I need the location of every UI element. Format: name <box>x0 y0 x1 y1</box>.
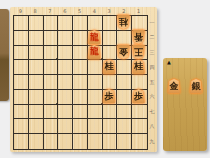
board-square-7一[interactable] <box>44 16 59 31</box>
board-square-9二[interactable] <box>14 31 29 46</box>
board-square-4一[interactable] <box>88 16 103 31</box>
board-square-3八[interactable] <box>103 119 118 134</box>
board-square-1八[interactable] <box>132 119 147 134</box>
board-square-1一[interactable] <box>132 16 147 31</box>
sente-komadai-tray: ▲ 金銀 <box>163 58 207 151</box>
board-square-2五[interactable] <box>117 75 132 90</box>
board-square-5七[interactable] <box>73 105 88 120</box>
board-square-8四[interactable] <box>29 60 44 75</box>
board-square-5四[interactable] <box>73 60 88 75</box>
piece-4三-龍[interactable]: 龍 <box>88 45 101 59</box>
board-square-9四[interactable] <box>14 60 29 75</box>
board-square-6三[interactable] <box>58 46 73 61</box>
rank-label: 二 <box>148 30 156 45</box>
board-square-9九[interactable] <box>14 134 29 149</box>
tsume-shogi-diagram: 987654321 一二三四五六七八九 桂香龍龍金王桂桂歩歩 ▲ 金銀 <box>0 0 210 158</box>
board-square-7四[interactable] <box>44 60 59 75</box>
piece-kanji: 桂 <box>105 62 114 71</box>
board-square-8八[interactable] <box>29 119 44 134</box>
board-square-1七[interactable] <box>132 105 147 120</box>
board-square-7五[interactable] <box>44 75 59 90</box>
board-square-4九[interactable] <box>88 134 103 149</box>
board-square-5八[interactable] <box>73 119 88 134</box>
piece-kanji: 桂 <box>134 62 143 71</box>
piece-1四-桂[interactable]: 桂 <box>132 60 145 74</box>
rank-label: 四 <box>148 59 156 74</box>
board-square-5九[interactable] <box>73 134 88 149</box>
board-square-8六[interactable] <box>29 90 44 105</box>
piece-kanji: 王 <box>134 47 143 56</box>
board-square-7八[interactable] <box>44 119 59 134</box>
sente-marker-icon: ▲ <box>167 60 171 65</box>
board-square-2二[interactable] <box>117 31 132 46</box>
piece-kanji: 銀 <box>192 82 201 91</box>
board-square-4四[interactable] <box>88 60 103 75</box>
piece-2一-桂[interactable]: 桂 <box>117 15 130 29</box>
sente-hand-area: 金銀 <box>163 78 207 98</box>
file-label: 2 <box>116 8 131 14</box>
board-grid <box>13 15 148 150</box>
board-square-9七[interactable] <box>14 105 29 120</box>
board-square-5五[interactable] <box>73 75 88 90</box>
piece-1六-歩[interactable]: 歩 <box>132 89 145 103</box>
board-square-3二[interactable] <box>103 31 118 46</box>
board-square-7二[interactable] <box>44 31 59 46</box>
rank-label: 六 <box>148 89 156 104</box>
board-square-9三[interactable] <box>14 46 29 61</box>
gote-komadai-tray <box>0 9 9 101</box>
board-square-6五[interactable] <box>58 75 73 90</box>
file-label: 4 <box>87 8 102 14</box>
board-square-9八[interactable] <box>14 119 29 134</box>
board-square-2七[interactable] <box>117 105 132 120</box>
piece-1三-王[interactable]: 王 <box>132 45 145 59</box>
board-square-8三[interactable] <box>29 46 44 61</box>
piece-kanji: 龍 <box>90 47 99 56</box>
rank-label: 一 <box>148 15 156 30</box>
file-label: 3 <box>102 8 117 14</box>
board-square-3七[interactable] <box>103 105 118 120</box>
piece-3六-歩[interactable]: 歩 <box>103 89 116 103</box>
board-square-9一[interactable] <box>14 16 29 31</box>
board-square-4五[interactable] <box>88 75 103 90</box>
board-square-1五[interactable] <box>132 75 147 90</box>
board-square-5三[interactable] <box>73 46 88 61</box>
board-square-5六[interactable] <box>73 90 88 105</box>
piece-2三-金[interactable]: 金 <box>117 45 130 59</box>
hand-piece-銀[interactable]: 銀 <box>190 79 203 93</box>
board-square-5一[interactable] <box>73 16 88 31</box>
piece-kanji: 桂 <box>119 18 128 27</box>
board-square-8二[interactable] <box>29 31 44 46</box>
file-label: 6 <box>57 8 72 14</box>
rank-label: 五 <box>148 74 156 89</box>
board-square-8九[interactable] <box>29 134 44 149</box>
file-label: 7 <box>43 8 58 14</box>
rank-label: 九 <box>148 133 156 148</box>
file-label: 5 <box>72 8 87 14</box>
file-labels: 987654321 <box>13 8 146 14</box>
board-square-6六[interactable] <box>58 90 73 105</box>
board-square-2八[interactable] <box>117 119 132 134</box>
rank-labels: 一二三四五六七八九 <box>148 15 156 148</box>
rank-label: 三 <box>148 45 156 60</box>
board-square-3五[interactable] <box>103 75 118 90</box>
board-square-3九[interactable] <box>103 134 118 149</box>
hand-piece-金[interactable]: 金 <box>168 79 181 93</box>
board-square-1九[interactable] <box>132 134 147 149</box>
rank-label: 八 <box>148 118 156 133</box>
board-square-6九[interactable] <box>58 134 73 149</box>
piece-kanji: 香 <box>134 33 143 42</box>
piece-kanji: 金 <box>119 47 128 56</box>
board-square-6七[interactable] <box>58 105 73 120</box>
board-square-8五[interactable] <box>29 75 44 90</box>
board-square-5二[interactable] <box>73 31 88 46</box>
piece-4二-龍[interactable]: 龍 <box>88 30 101 44</box>
board-square-7九[interactable] <box>44 134 59 149</box>
board-square-9六[interactable] <box>14 90 29 105</box>
board-square-7七[interactable] <box>44 105 59 120</box>
board-square-6八[interactable] <box>58 119 73 134</box>
board-square-9五[interactable] <box>14 75 29 90</box>
piece-kanji: 龍 <box>90 33 99 42</box>
piece-3四-桂[interactable]: 桂 <box>103 60 116 74</box>
board-square-8七[interactable] <box>29 105 44 120</box>
piece-1二-香[interactable]: 香 <box>132 30 145 44</box>
board-square-6四[interactable] <box>58 60 73 75</box>
piece-kanji: 金 <box>170 82 179 91</box>
board-square-2九[interactable] <box>117 134 132 149</box>
board-square-3三[interactable] <box>103 46 118 61</box>
board-square-8一[interactable] <box>29 16 44 31</box>
file-label: 8 <box>28 8 43 14</box>
board-square-6二[interactable] <box>58 31 73 46</box>
board-square-2六[interactable] <box>117 90 132 105</box>
file-label: 1 <box>131 8 146 14</box>
board-square-2四[interactable] <box>117 60 132 75</box>
board-square-4八[interactable] <box>88 119 103 134</box>
board-square-6一[interactable] <box>58 16 73 31</box>
board-square-4七[interactable] <box>88 105 103 120</box>
rank-label: 七 <box>148 104 156 119</box>
piece-kanji: 歩 <box>105 92 114 101</box>
board-square-3一[interactable] <box>103 16 118 31</box>
file-label: 9 <box>13 8 28 14</box>
piece-kanji: 歩 <box>134 92 143 101</box>
